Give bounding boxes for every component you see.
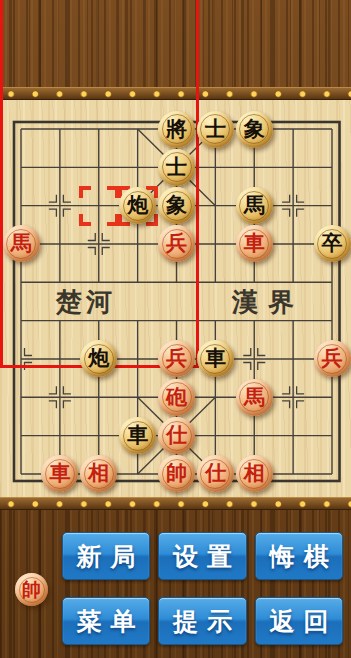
hint-button[interactable]: 提示 (158, 597, 247, 645)
back-button[interactable]: 返回 (255, 597, 343, 645)
piece-advisor-red[interactable]: 仕 (158, 417, 195, 454)
piece-cannon-black[interactable]: 炮 (80, 340, 117, 377)
piece-pawn-red[interactable]: 兵 (158, 340, 195, 377)
new-game-button[interactable]: 新局 (62, 532, 150, 580)
piece-advisor-black[interactable]: 士 (158, 149, 195, 186)
turn-indicator-glyph: 帥 (22, 580, 41, 599)
piece-horse-black[interactable]: 馬 (236, 187, 273, 224)
piece-chariot-red[interactable]: 車 (236, 225, 273, 262)
settings-button[interactable]: 设置 (158, 532, 247, 580)
piece-general-black[interactable]: 將 (158, 111, 195, 148)
piece-elephant-black[interactable]: 象 (236, 111, 273, 148)
xiangqi-app: 楚河 漢界 將士象士炮象馬卒炮車車馬兵車兵兵砲馬仕車相帥仕相 帥 新局 设置 悔… (0, 0, 351, 658)
piece-pawn-red[interactable]: 兵 (314, 340, 351, 377)
menu-button[interactable]: 菜单 (62, 597, 150, 645)
piece-pawn-red[interactable]: 兵 (158, 225, 195, 262)
last-move-from-marker (79, 186, 119, 226)
piece-elephant-red[interactable]: 相 (80, 455, 117, 492)
piece-chariot-black[interactable]: 車 (119, 417, 156, 454)
piece-advisor-red[interactable]: 仕 (197, 455, 234, 492)
turn-indicator-piece: 帥 (15, 573, 48, 606)
piece-cannon-red[interactable]: 砲 (158, 379, 195, 416)
piece-general-red[interactable]: 帥 (158, 455, 195, 492)
piece-chariot-black[interactable]: 車 (197, 340, 234, 377)
piece-pawn-black[interactable]: 卒 (314, 225, 351, 262)
piece-horse-red[interactable]: 馬 (236, 379, 273, 416)
undo-move-button[interactable]: 悔棋 (255, 532, 343, 580)
piece-elephant-black[interactable]: 象 (158, 187, 195, 224)
board-panel: 楚河 漢界 將士象士炮象馬卒炮車車馬兵車兵兵砲馬仕車相帥仕相 (0, 97, 351, 497)
piece-cannon-black[interactable]: 炮 (119, 187, 156, 224)
piece-chariot-red[interactable]: 車 (41, 455, 78, 492)
piece-advisor-black[interactable]: 士 (197, 111, 234, 148)
bottom-nail-strip (0, 497, 351, 510)
piece-elephant-red[interactable]: 相 (236, 455, 273, 492)
pieces-layer: 將士象士炮象馬卒炮車車馬兵車兵兵砲馬仕車相帥仕相 (0, 97, 351, 497)
piece-horse-red[interactable]: 馬 (3, 225, 40, 262)
control-button-grid: 新局 设置 悔棋 菜单 提示 返回 (62, 532, 343, 645)
